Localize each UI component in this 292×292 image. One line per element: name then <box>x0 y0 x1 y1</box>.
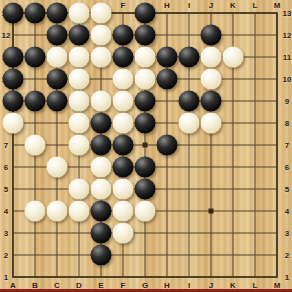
coord-label-right: 11 <box>283 53 291 62</box>
coord-label-left: 4 <box>4 207 8 216</box>
white-stone <box>113 91 134 112</box>
coord-label-left: 3 <box>4 229 8 238</box>
white-stone <box>201 113 222 134</box>
coord-label-left: 7 <box>4 141 8 150</box>
coord-label-top: H <box>164 1 170 10</box>
black-stone <box>3 69 24 90</box>
white-stone <box>113 69 134 90</box>
black-stone <box>47 91 68 112</box>
black-stone <box>135 3 156 24</box>
coord-label-right: 10 <box>283 75 292 84</box>
white-stone <box>91 179 112 200</box>
black-stone <box>25 91 46 112</box>
black-stone <box>113 25 134 46</box>
black-stone <box>135 157 156 178</box>
black-stone <box>113 135 134 156</box>
black-stone <box>91 245 112 266</box>
white-stone <box>135 69 156 90</box>
coord-label-top: L <box>253 1 258 10</box>
white-stone <box>91 25 112 46</box>
black-stone <box>47 69 68 90</box>
black-stone <box>3 91 24 112</box>
white-stone <box>113 179 134 200</box>
coord-label-right: 9 <box>285 97 289 106</box>
white-stone <box>91 91 112 112</box>
coord-label-left: 5 <box>4 185 8 194</box>
go-board[interactable]: AABBCCDDEEFFGGHHIIJJKKLLMM13131212111110… <box>0 0 292 292</box>
coord-label-left: 6 <box>4 163 8 172</box>
white-stone <box>135 201 156 222</box>
black-stone <box>69 25 90 46</box>
white-stone <box>113 223 134 244</box>
white-stone <box>25 135 46 156</box>
black-stone <box>113 47 134 68</box>
black-stone <box>91 201 112 222</box>
coord-label-right: 5 <box>285 185 289 194</box>
white-stone <box>25 201 46 222</box>
coord-label-top: F <box>121 1 126 10</box>
coord-label-left: 12 <box>2 31 11 40</box>
black-stone <box>91 113 112 134</box>
black-stone <box>47 3 68 24</box>
coord-label-right: 4 <box>285 207 289 216</box>
white-stone <box>201 47 222 68</box>
coord-label-left: 1 <box>4 273 8 282</box>
black-stone <box>113 157 134 178</box>
coord-label-right: 1 <box>285 273 289 282</box>
white-stone <box>113 201 134 222</box>
white-stone <box>223 47 244 68</box>
white-stone <box>69 179 90 200</box>
white-stone <box>69 69 90 90</box>
white-stone <box>47 47 68 68</box>
coord-label-top: I <box>188 1 190 10</box>
white-stone <box>47 201 68 222</box>
coord-label-top: J <box>209 1 213 10</box>
coord-label-top: K <box>230 1 236 10</box>
black-stone <box>3 47 24 68</box>
black-stone <box>3 3 24 24</box>
black-stone <box>201 91 222 112</box>
white-stone <box>91 47 112 68</box>
coord-label-right: 13 <box>283 9 292 18</box>
black-stone <box>157 47 178 68</box>
coord-label-right: 2 <box>285 251 289 260</box>
white-stone <box>47 157 68 178</box>
white-stone <box>113 113 134 134</box>
black-stone <box>157 69 178 90</box>
black-stone <box>157 135 178 156</box>
coord-label-right: 12 <box>283 31 292 40</box>
coord-label-right: 7 <box>285 141 289 150</box>
white-stone <box>69 91 90 112</box>
white-stone <box>201 69 222 90</box>
white-stone <box>91 157 112 178</box>
star-point <box>209 209 214 214</box>
white-stone <box>69 47 90 68</box>
white-stone <box>69 135 90 156</box>
white-stone <box>91 3 112 24</box>
black-stone <box>25 3 46 24</box>
black-stone <box>135 91 156 112</box>
black-stone <box>25 47 46 68</box>
black-stone <box>135 25 156 46</box>
white-stone <box>69 201 90 222</box>
star-point <box>143 143 148 148</box>
coord-label-right: 3 <box>285 229 289 238</box>
white-stone <box>179 113 200 134</box>
black-stone <box>201 25 222 46</box>
black-stone <box>91 223 112 244</box>
white-stone <box>69 3 90 24</box>
white-stone <box>135 47 156 68</box>
black-stone <box>135 113 156 134</box>
coord-label-right: 6 <box>285 163 289 172</box>
white-stone <box>69 113 90 134</box>
white-stone <box>3 113 24 134</box>
black-stone <box>47 25 68 46</box>
coord-label-right: 8 <box>285 119 289 128</box>
black-stone <box>135 179 156 200</box>
black-stone <box>179 47 200 68</box>
coord-label-top: M <box>274 1 281 10</box>
black-stone <box>91 135 112 156</box>
black-stone <box>179 91 200 112</box>
coord-label-left: 2 <box>4 251 8 260</box>
